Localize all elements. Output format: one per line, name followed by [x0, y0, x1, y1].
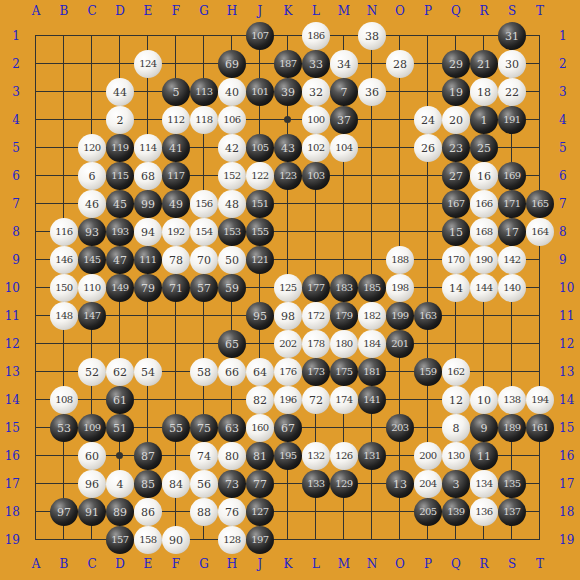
intersection-O13[interactable] [386, 358, 414, 386]
intersection-S18[interactable]: 137 [498, 498, 526, 526]
intersection-T4[interactable] [526, 106, 554, 134]
intersection-S17[interactable]: 135 [498, 470, 526, 498]
intersection-A16[interactable] [22, 442, 50, 470]
intersection-O7[interactable] [386, 190, 414, 218]
intersection-O6[interactable] [386, 162, 414, 190]
intersection-A18[interactable] [22, 498, 50, 526]
intersection-E13[interactable]: 54 [134, 358, 162, 386]
intersection-J8[interactable]: 155 [246, 218, 274, 246]
intersection-G7[interactable]: 156 [190, 190, 218, 218]
intersection-G2[interactable] [190, 50, 218, 78]
intersection-J15[interactable]: 160 [246, 414, 274, 442]
intersection-F3[interactable]: 5 [162, 78, 190, 106]
intersection-H18[interactable]: 76 [218, 498, 246, 526]
intersection-J10[interactable] [246, 274, 274, 302]
intersection-A14[interactable] [22, 386, 50, 414]
intersection-Q3[interactable]: 19 [442, 78, 470, 106]
intersection-R8[interactable]: 168 [470, 218, 498, 246]
intersection-R6[interactable]: 16 [470, 162, 498, 190]
intersection-A2[interactable] [22, 50, 50, 78]
intersection-K12[interactable]: 202 [274, 330, 302, 358]
intersection-M5[interactable]: 104 [330, 134, 358, 162]
intersection-T14[interactable]: 194 [526, 386, 554, 414]
intersection-B5[interactable] [50, 134, 78, 162]
intersection-H9[interactable]: 50 [218, 246, 246, 274]
intersection-H4[interactable]: 106 [218, 106, 246, 134]
intersection-N2[interactable] [358, 50, 386, 78]
intersection-G13[interactable]: 58 [190, 358, 218, 386]
intersection-G16[interactable]: 74 [190, 442, 218, 470]
intersection-A19[interactable] [22, 526, 50, 554]
intersection-R2[interactable]: 21 [470, 50, 498, 78]
intersection-D9[interactable]: 47 [106, 246, 134, 274]
intersection-A13[interactable] [22, 358, 50, 386]
intersection-O1[interactable] [386, 22, 414, 50]
intersection-R4[interactable]: 1 [470, 106, 498, 134]
intersection-F7[interactable]: 49 [162, 190, 190, 218]
intersection-C17[interactable]: 96 [78, 470, 106, 498]
intersection-D16[interactable] [106, 442, 134, 470]
intersection-E17[interactable]: 85 [134, 470, 162, 498]
intersection-B17[interactable] [50, 470, 78, 498]
intersection-C12[interactable] [78, 330, 106, 358]
intersection-F1[interactable] [162, 22, 190, 50]
intersection-R12[interactable] [470, 330, 498, 358]
intersection-R7[interactable]: 166 [470, 190, 498, 218]
intersection-K10[interactable]: 125 [274, 274, 302, 302]
intersection-H15[interactable]: 63 [218, 414, 246, 442]
intersection-R19[interactable] [470, 526, 498, 554]
intersection-G1[interactable] [190, 22, 218, 50]
intersection-J5[interactable]: 105 [246, 134, 274, 162]
intersection-C1[interactable] [78, 22, 106, 50]
intersection-O17[interactable]: 13 [386, 470, 414, 498]
intersection-Q12[interactable] [442, 330, 470, 358]
intersection-G10[interactable]: 57 [190, 274, 218, 302]
intersection-G14[interactable] [190, 386, 218, 414]
intersection-B9[interactable]: 146 [50, 246, 78, 274]
intersection-P6[interactable] [414, 162, 442, 190]
intersection-K2[interactable]: 187 [274, 50, 302, 78]
intersection-M10[interactable]: 183 [330, 274, 358, 302]
intersection-D1[interactable] [106, 22, 134, 50]
intersection-P1[interactable] [414, 22, 442, 50]
intersection-R10[interactable]: 144 [470, 274, 498, 302]
intersection-B15[interactable]: 53 [50, 414, 78, 442]
intersection-H5[interactable]: 42 [218, 134, 246, 162]
intersection-C14[interactable] [78, 386, 106, 414]
intersection-J1[interactable]: 107 [246, 22, 274, 50]
intersection-C16[interactable]: 60 [78, 442, 106, 470]
intersection-P17[interactable]: 204 [414, 470, 442, 498]
intersection-T10[interactable] [526, 274, 554, 302]
intersection-F14[interactable] [162, 386, 190, 414]
intersection-L16[interactable]: 132 [302, 442, 330, 470]
intersection-C4[interactable] [78, 106, 106, 134]
intersection-A4[interactable] [22, 106, 50, 134]
intersection-J17[interactable]: 77 [246, 470, 274, 498]
intersection-E8[interactable]: 94 [134, 218, 162, 246]
intersection-H8[interactable]: 153 [218, 218, 246, 246]
intersection-F19[interactable]: 90 [162, 526, 190, 554]
intersection-N3[interactable]: 36 [358, 78, 386, 106]
intersection-S1[interactable]: 31 [498, 22, 526, 50]
intersection-H11[interactable] [218, 302, 246, 330]
intersection-P12[interactable] [414, 330, 442, 358]
intersection-B4[interactable] [50, 106, 78, 134]
intersection-R13[interactable] [470, 358, 498, 386]
intersection-C8[interactable]: 93 [78, 218, 106, 246]
intersection-B19[interactable] [50, 526, 78, 554]
intersection-A5[interactable] [22, 134, 50, 162]
intersection-K9[interactable] [274, 246, 302, 274]
intersection-O16[interactable] [386, 442, 414, 470]
intersection-D2[interactable] [106, 50, 134, 78]
intersection-J7[interactable]: 151 [246, 190, 274, 218]
intersection-M18[interactable] [330, 498, 358, 526]
intersection-H7[interactable]: 48 [218, 190, 246, 218]
intersection-J19[interactable]: 197 [246, 526, 274, 554]
intersection-O10[interactable]: 198 [386, 274, 414, 302]
intersection-J3[interactable]: 101 [246, 78, 274, 106]
intersection-C18[interactable]: 91 [78, 498, 106, 526]
intersection-H13[interactable]: 66 [218, 358, 246, 386]
intersection-S4[interactable]: 191 [498, 106, 526, 134]
intersection-T18[interactable] [526, 498, 554, 526]
intersection-Q10[interactable]: 14 [442, 274, 470, 302]
intersection-T16[interactable] [526, 442, 554, 470]
intersection-C10[interactable]: 110 [78, 274, 106, 302]
intersection-F13[interactable] [162, 358, 190, 386]
intersection-N10[interactable]: 185 [358, 274, 386, 302]
intersection-K11[interactable]: 98 [274, 302, 302, 330]
intersection-L15[interactable] [302, 414, 330, 442]
intersection-A10[interactable] [22, 274, 50, 302]
intersection-A8[interactable] [22, 218, 50, 246]
intersection-K17[interactable] [274, 470, 302, 498]
intersection-P9[interactable] [414, 246, 442, 274]
intersection-N4[interactable] [358, 106, 386, 134]
intersection-M14[interactable]: 174 [330, 386, 358, 414]
intersection-R9[interactable]: 190 [470, 246, 498, 274]
intersection-R14[interactable]: 10 [470, 386, 498, 414]
intersection-P16[interactable]: 200 [414, 442, 442, 470]
intersection-G8[interactable]: 154 [190, 218, 218, 246]
intersection-K18[interactable] [274, 498, 302, 526]
intersection-K8[interactable] [274, 218, 302, 246]
intersection-K15[interactable]: 67 [274, 414, 302, 442]
intersection-N15[interactable] [358, 414, 386, 442]
intersection-B1[interactable] [50, 22, 78, 50]
intersection-D5[interactable]: 119 [106, 134, 134, 162]
intersection-Q4[interactable]: 20 [442, 106, 470, 134]
intersection-N14[interactable]: 141 [358, 386, 386, 414]
intersection-B18[interactable]: 97 [50, 498, 78, 526]
intersection-E7[interactable]: 99 [134, 190, 162, 218]
intersection-H17[interactable]: 73 [218, 470, 246, 498]
intersection-Q8[interactable]: 15 [442, 218, 470, 246]
intersection-F12[interactable] [162, 330, 190, 358]
intersection-E10[interactable]: 79 [134, 274, 162, 302]
intersection-O8[interactable] [386, 218, 414, 246]
intersection-E2[interactable]: 124 [134, 50, 162, 78]
intersection-A15[interactable] [22, 414, 50, 442]
intersection-H3[interactable]: 40 [218, 78, 246, 106]
intersection-P7[interactable] [414, 190, 442, 218]
intersection-B14[interactable]: 108 [50, 386, 78, 414]
intersection-N11[interactable]: 182 [358, 302, 386, 330]
intersection-E4[interactable] [134, 106, 162, 134]
intersection-R5[interactable]: 25 [470, 134, 498, 162]
intersection-S14[interactable]: 138 [498, 386, 526, 414]
intersection-A17[interactable] [22, 470, 50, 498]
intersection-J18[interactable]: 127 [246, 498, 274, 526]
intersection-B10[interactable]: 150 [50, 274, 78, 302]
intersection-N17[interactable] [358, 470, 386, 498]
intersection-G17[interactable]: 56 [190, 470, 218, 498]
intersection-D4[interactable]: 2 [106, 106, 134, 134]
intersection-S13[interactable] [498, 358, 526, 386]
intersection-G3[interactable]: 113 [190, 78, 218, 106]
intersection-N19[interactable] [358, 526, 386, 554]
intersection-T7[interactable]: 165 [526, 190, 554, 218]
intersection-P5[interactable]: 26 [414, 134, 442, 162]
intersection-A9[interactable] [22, 246, 50, 274]
intersection-R17[interactable]: 134 [470, 470, 498, 498]
intersection-T1[interactable] [526, 22, 554, 50]
intersection-C6[interactable]: 6 [78, 162, 106, 190]
intersection-P18[interactable]: 205 [414, 498, 442, 526]
intersection-D8[interactable]: 193 [106, 218, 134, 246]
intersection-A12[interactable] [22, 330, 50, 358]
intersection-K3[interactable]: 39 [274, 78, 302, 106]
intersection-M7[interactable] [330, 190, 358, 218]
intersection-L5[interactable]: 102 [302, 134, 330, 162]
intersection-N12[interactable]: 184 [358, 330, 386, 358]
intersection-Q9[interactable]: 170 [442, 246, 470, 274]
intersection-M4[interactable]: 37 [330, 106, 358, 134]
intersection-E18[interactable]: 86 [134, 498, 162, 526]
intersection-R1[interactable] [470, 22, 498, 50]
intersection-P13[interactable]: 159 [414, 358, 442, 386]
intersection-M2[interactable]: 34 [330, 50, 358, 78]
intersection-T17[interactable] [526, 470, 554, 498]
intersection-K19[interactable] [274, 526, 302, 554]
intersection-T9[interactable] [526, 246, 554, 274]
intersection-R16[interactable]: 11 [470, 442, 498, 470]
intersection-D7[interactable]: 45 [106, 190, 134, 218]
intersection-S10[interactable]: 140 [498, 274, 526, 302]
intersection-Q18[interactable]: 139 [442, 498, 470, 526]
intersection-E9[interactable]: 111 [134, 246, 162, 274]
intersection-Q14[interactable]: 12 [442, 386, 470, 414]
intersection-O4[interactable] [386, 106, 414, 134]
intersection-M8[interactable] [330, 218, 358, 246]
intersection-F9[interactable]: 78 [162, 246, 190, 274]
intersection-N16[interactable]: 131 [358, 442, 386, 470]
intersection-E12[interactable] [134, 330, 162, 358]
intersection-K14[interactable]: 196 [274, 386, 302, 414]
intersection-S11[interactable] [498, 302, 526, 330]
intersection-B12[interactable] [50, 330, 78, 358]
intersection-L2[interactable]: 33 [302, 50, 330, 78]
intersection-M6[interactable] [330, 162, 358, 190]
intersection-G5[interactable] [190, 134, 218, 162]
intersection-N5[interactable] [358, 134, 386, 162]
intersection-A6[interactable] [22, 162, 50, 190]
intersection-F11[interactable] [162, 302, 190, 330]
intersection-B7[interactable] [50, 190, 78, 218]
intersection-F18[interactable] [162, 498, 190, 526]
intersection-O12[interactable]: 201 [386, 330, 414, 358]
intersection-J2[interactable] [246, 50, 274, 78]
intersection-D13[interactable]: 62 [106, 358, 134, 386]
intersection-P2[interactable] [414, 50, 442, 78]
intersection-O19[interactable] [386, 526, 414, 554]
intersection-N7[interactable] [358, 190, 386, 218]
intersection-L11[interactable]: 172 [302, 302, 330, 330]
intersection-M3[interactable]: 7 [330, 78, 358, 106]
intersection-T6[interactable] [526, 162, 554, 190]
intersection-S8[interactable]: 17 [498, 218, 526, 246]
intersection-G6[interactable] [190, 162, 218, 190]
intersection-M13[interactable]: 175 [330, 358, 358, 386]
intersection-L17[interactable]: 133 [302, 470, 330, 498]
intersection-B3[interactable] [50, 78, 78, 106]
intersection-T11[interactable] [526, 302, 554, 330]
intersection-C2[interactable] [78, 50, 106, 78]
intersection-T8[interactable]: 164 [526, 218, 554, 246]
intersection-S15[interactable]: 189 [498, 414, 526, 442]
intersection-P19[interactable] [414, 526, 442, 554]
intersection-N18[interactable] [358, 498, 386, 526]
intersection-C5[interactable]: 120 [78, 134, 106, 162]
intersection-G12[interactable] [190, 330, 218, 358]
intersection-H14[interactable] [218, 386, 246, 414]
intersection-C7[interactable]: 46 [78, 190, 106, 218]
intersection-D6[interactable]: 115 [106, 162, 134, 190]
intersection-Q13[interactable]: 162 [442, 358, 470, 386]
intersection-F5[interactable]: 41 [162, 134, 190, 162]
intersection-O15[interactable]: 203 [386, 414, 414, 442]
intersection-S16[interactable] [498, 442, 526, 470]
intersection-G11[interactable] [190, 302, 218, 330]
intersection-H1[interactable] [218, 22, 246, 50]
intersection-J9[interactable]: 121 [246, 246, 274, 274]
intersection-E3[interactable] [134, 78, 162, 106]
intersection-R18[interactable]: 136 [470, 498, 498, 526]
intersection-J4[interactable] [246, 106, 274, 134]
intersection-N8[interactable] [358, 218, 386, 246]
intersection-K7[interactable] [274, 190, 302, 218]
intersection-S3[interactable]: 22 [498, 78, 526, 106]
intersection-A7[interactable] [22, 190, 50, 218]
intersection-K1[interactable] [274, 22, 302, 50]
intersection-B8[interactable]: 116 [50, 218, 78, 246]
intersection-Q2[interactable]: 29 [442, 50, 470, 78]
intersection-S6[interactable]: 169 [498, 162, 526, 190]
intersection-A1[interactable] [22, 22, 50, 50]
intersection-D15[interactable]: 51 [106, 414, 134, 442]
intersection-L13[interactable]: 173 [302, 358, 330, 386]
intersection-T12[interactable] [526, 330, 554, 358]
intersection-C3[interactable] [78, 78, 106, 106]
intersection-B16[interactable] [50, 442, 78, 470]
intersection-M11[interactable]: 179 [330, 302, 358, 330]
intersection-D11[interactable] [106, 302, 134, 330]
intersection-Q6[interactable]: 27 [442, 162, 470, 190]
intersection-O14[interactable] [386, 386, 414, 414]
intersection-M12[interactable]: 180 [330, 330, 358, 358]
intersection-T13[interactable] [526, 358, 554, 386]
intersection-D14[interactable]: 61 [106, 386, 134, 414]
intersection-J14[interactable]: 82 [246, 386, 274, 414]
intersection-L6[interactable]: 103 [302, 162, 330, 190]
intersection-T5[interactable] [526, 134, 554, 162]
intersection-A11[interactable] [22, 302, 50, 330]
intersection-B6[interactable] [50, 162, 78, 190]
intersection-L3[interactable]: 32 [302, 78, 330, 106]
intersection-S12[interactable] [498, 330, 526, 358]
intersection-L9[interactable] [302, 246, 330, 274]
intersection-K13[interactable]: 176 [274, 358, 302, 386]
intersection-D10[interactable]: 149 [106, 274, 134, 302]
intersection-F4[interactable]: 112 [162, 106, 190, 134]
intersection-B13[interactable] [50, 358, 78, 386]
intersection-Q19[interactable] [442, 526, 470, 554]
intersection-L7[interactable] [302, 190, 330, 218]
intersection-G4[interactable]: 118 [190, 106, 218, 134]
intersection-K5[interactable]: 43 [274, 134, 302, 162]
intersection-E6[interactable]: 68 [134, 162, 162, 190]
intersection-N1[interactable]: 38 [358, 22, 386, 50]
intersection-L8[interactable] [302, 218, 330, 246]
intersection-H10[interactable]: 59 [218, 274, 246, 302]
intersection-O3[interactable] [386, 78, 414, 106]
intersection-F8[interactable]: 192 [162, 218, 190, 246]
intersection-K4[interactable] [274, 106, 302, 134]
intersection-P3[interactable] [414, 78, 442, 106]
intersection-E16[interactable]: 87 [134, 442, 162, 470]
intersection-E5[interactable]: 114 [134, 134, 162, 162]
intersection-S7[interactable]: 171 [498, 190, 526, 218]
intersection-Q17[interactable]: 3 [442, 470, 470, 498]
intersection-G9[interactable]: 70 [190, 246, 218, 274]
intersection-F15[interactable]: 55 [162, 414, 190, 442]
intersection-C9[interactable]: 145 [78, 246, 106, 274]
intersection-R3[interactable]: 18 [470, 78, 498, 106]
intersection-E15[interactable] [134, 414, 162, 442]
intersection-L19[interactable] [302, 526, 330, 554]
intersection-Q1[interactable] [442, 22, 470, 50]
intersection-P10[interactable] [414, 274, 442, 302]
intersection-D12[interactable] [106, 330, 134, 358]
intersection-J13[interactable]: 64 [246, 358, 274, 386]
intersection-P14[interactable] [414, 386, 442, 414]
intersection-G15[interactable]: 75 [190, 414, 218, 442]
intersection-E14[interactable] [134, 386, 162, 414]
intersection-M9[interactable] [330, 246, 358, 274]
intersection-K16[interactable]: 195 [274, 442, 302, 470]
intersection-A3[interactable] [22, 78, 50, 106]
intersection-O11[interactable]: 199 [386, 302, 414, 330]
intersection-K6[interactable]: 123 [274, 162, 302, 190]
intersection-L4[interactable]: 100 [302, 106, 330, 134]
intersection-P11[interactable]: 163 [414, 302, 442, 330]
intersection-D19[interactable]: 157 [106, 526, 134, 554]
intersection-D17[interactable]: 4 [106, 470, 134, 498]
intersection-C19[interactable] [78, 526, 106, 554]
